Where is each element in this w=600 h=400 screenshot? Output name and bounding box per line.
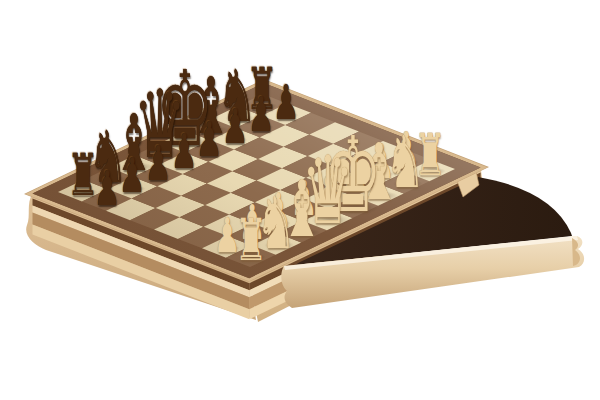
piece-black-pawn[interactable]: ♟ (273, 78, 300, 126)
piece-black-pawn[interactable]: ♟ (222, 102, 249, 150)
piece-black-pawn[interactable]: ♟ (119, 151, 146, 199)
piece-black-pawn[interactable]: ♟ (247, 90, 274, 138)
piece-black-pawn[interactable]: ♟ (170, 127, 197, 175)
piece-black-pawn[interactable]: ♟ (93, 164, 120, 212)
chess-set-photo: ♜♟♞♟♝♟♚♟♛♟♟♝♜♟♟♞♞♟♟♜♝♟♟♚♟♛♟♝♟♞♟♜ (0, 0, 600, 400)
piece-black-pawn[interactable]: ♟ (145, 139, 172, 187)
piece-black-pawn[interactable]: ♟ (196, 115, 223, 163)
piece-white-rook[interactable]: ♜ (235, 211, 267, 269)
